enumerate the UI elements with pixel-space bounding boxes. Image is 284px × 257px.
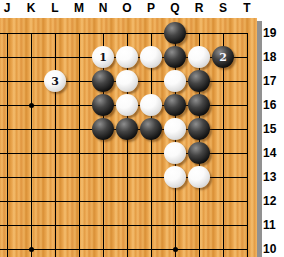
- black-stone-S18: 2: [212, 46, 234, 68]
- column-label-L: L: [46, 1, 64, 15]
- white-stone-R18: [188, 46, 210, 68]
- row-label-13: 13: [263, 170, 283, 184]
- column-label-N: N: [94, 1, 112, 15]
- grid-line-row-13: [0, 177, 248, 178]
- grid-line-row-10: [0, 249, 248, 250]
- white-stone-O17: [116, 70, 138, 92]
- grid-line-row-14: [0, 153, 248, 154]
- white-stone-R13: [188, 166, 210, 188]
- black-stone-O15: [116, 118, 138, 140]
- white-stone-Q15: [164, 118, 186, 140]
- grid-line-col-L: [55, 33, 56, 257]
- grid-line-col-J: [7, 33, 8, 257]
- move-number-3: 3: [51, 76, 59, 87]
- black-stone-R17: [188, 70, 210, 92]
- row-label-12: 12: [263, 194, 283, 208]
- column-label-T: T: [238, 1, 256, 15]
- row-label-19: 19: [263, 26, 283, 40]
- go-board-screenshot: JKLMNOPQRST 19181716151413121110 123: [0, 0, 284, 257]
- column-label-O: O: [118, 1, 136, 15]
- row-label-17: 17: [263, 74, 283, 88]
- go-board[interactable]: 123: [0, 18, 257, 257]
- column-label-J: J: [0, 1, 16, 15]
- white-stone-P18: [140, 46, 162, 68]
- black-stone-R16: [188, 94, 210, 116]
- grid-line-col-T: [247, 33, 248, 257]
- board-shadow: [257, 21, 262, 257]
- black-stone-P15: [140, 118, 162, 140]
- move-number-2: 2: [219, 52, 227, 63]
- row-label-14: 14: [263, 146, 283, 160]
- white-stone-O16: [116, 94, 138, 116]
- black-stone-Q19: [164, 22, 186, 44]
- white-stone-L17: 3: [44, 70, 66, 92]
- move-number-1: 1: [99, 52, 107, 63]
- row-label-16: 16: [263, 98, 283, 112]
- grid-line-row-11: [0, 225, 248, 226]
- black-stone-N15: [92, 118, 114, 140]
- white-stone-Q17: [164, 70, 186, 92]
- grid-line-col-K: [31, 33, 32, 257]
- star-point-K10: [29, 247, 34, 252]
- white-stone-O18: [116, 46, 138, 68]
- white-stone-P16: [140, 94, 162, 116]
- column-label-S: S: [214, 1, 232, 15]
- column-label-Q: Q: [166, 1, 184, 15]
- black-stone-R15: [188, 118, 210, 140]
- black-stone-N17: [92, 70, 114, 92]
- white-stone-Q14: [164, 142, 186, 164]
- black-stone-R14: [188, 142, 210, 164]
- row-label-10: 10: [263, 242, 283, 256]
- black-stone-N16: [92, 94, 114, 116]
- column-label-M: M: [70, 1, 88, 15]
- star-point-Q10: [173, 247, 178, 252]
- column-label-R: R: [190, 1, 208, 15]
- black-stone-Q16: [164, 94, 186, 116]
- row-label-15: 15: [263, 122, 283, 136]
- row-label-18: 18: [263, 50, 283, 64]
- row-label-11: 11: [263, 218, 283, 232]
- column-label-P: P: [142, 1, 160, 15]
- white-stone-N18: 1: [92, 46, 114, 68]
- black-stone-Q18: [164, 46, 186, 68]
- column-label-K: K: [22, 1, 40, 15]
- grid-line-row-19: [0, 33, 248, 34]
- white-stone-Q13: [164, 166, 186, 188]
- grid-line-row-12: [0, 201, 248, 202]
- star-point-K16: [29, 103, 34, 108]
- grid-line-col-M: [79, 33, 80, 257]
